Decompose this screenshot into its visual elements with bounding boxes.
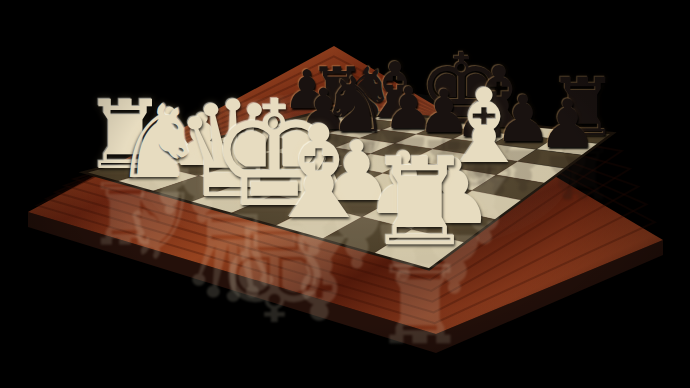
piece-bp-h7[interactable]: ♟	[538, 91, 598, 158]
chess-scene: ♟♟♜♜♞♞♝♝♚♚♟♟♝♝♟♟♞♞♟♟♜♜♟♟♟♟♟♟♟♟♝♝♟♟♜♜♞♞♟♟…	[0, 0, 690, 388]
piece-wb-f1[interactable]: ♝	[261, 109, 376, 238]
piece-wr-h1[interactable]: ♜	[366, 143, 474, 264]
